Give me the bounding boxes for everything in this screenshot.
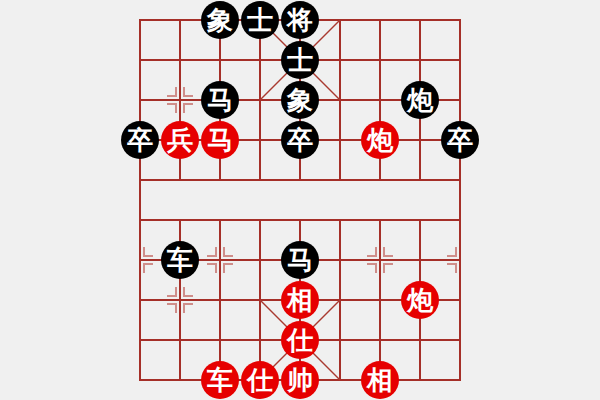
piece-red-chariot[interactable]: 车 — [201, 361, 239, 399]
piece-red-elephant[interactable]: 相 — [361, 361, 399, 399]
piece-black-elephant[interactable]: 象 — [281, 81, 319, 119]
piece-black-horse[interactable]: 马 — [201, 81, 239, 119]
piece-black-advisor[interactable]: 士 — [281, 41, 319, 79]
piece-red-advisor[interactable]: 仕 — [241, 361, 279, 399]
piece-red-soldier[interactable]: 兵 — [161, 121, 199, 159]
piece-black-elephant[interactable]: 象 — [201, 1, 239, 39]
piece-black-chariot[interactable]: 车 — [161, 241, 199, 279]
piece-black-cannon[interactable]: 炮 — [401, 81, 439, 119]
piece-black-soldier[interactable]: 卒 — [121, 121, 159, 159]
piece-red-cannon[interactable]: 炮 — [401, 281, 439, 319]
xiangqi-app: 象士将士马象炮卒兵马卒炮卒车马相炮仕车仕帅相 — [0, 0, 600, 400]
piece-red-cannon[interactable]: 炮 — [361, 121, 399, 159]
piece-red-horse[interactable]: 马 — [201, 121, 239, 159]
piece-black-king[interactable]: 将 — [281, 1, 319, 39]
piece-red-king[interactable]: 帅 — [281, 361, 319, 399]
piece-black-soldier[interactable]: 卒 — [281, 121, 319, 159]
piece-red-elephant[interactable]: 相 — [281, 281, 319, 319]
piece-red-advisor[interactable]: 仕 — [281, 321, 319, 359]
piece-black-advisor[interactable]: 士 — [241, 1, 279, 39]
xiangqi-board[interactable]: 象士将士马象炮卒兵马卒炮卒车马相炮仕车仕帅相 — [120, 0, 480, 400]
piece-black-horse[interactable]: 马 — [281, 241, 319, 279]
piece-black-soldier[interactable]: 卒 — [441, 121, 479, 159]
